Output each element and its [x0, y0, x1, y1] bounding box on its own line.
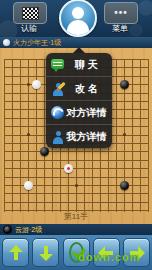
checkered-flag-icon	[22, 7, 39, 20]
confirm-button[interactable]	[63, 238, 90, 267]
next-move-button[interactable]	[123, 238, 150, 267]
bottom-toolbar	[0, 235, 152, 270]
my-name: 云游·2级	[15, 226, 42, 233]
black-stone-icon	[3, 225, 12, 234]
menu-item-rename[interactable]: 改 名	[46, 76, 112, 100]
move-counter: 第11手	[0, 213, 152, 221]
menu-item-chat[interactable]: 聊 天	[46, 53, 112, 76]
my-strip: 云游·2级	[0, 224, 152, 235]
ellipsis-icon: •••	[114, 8, 128, 18]
star-point	[123, 133, 126, 136]
stone-black	[40, 147, 49, 156]
stone-white	[32, 80, 41, 89]
star-point	[75, 184, 78, 187]
white-stone-icon	[3, 39, 10, 46]
star-point	[27, 83, 30, 86]
header-bar: 认输 ••• 菜单	[0, 0, 152, 37]
popup-arrow	[73, 47, 85, 53]
popup-menu: 聊 天 改 名 对方详情 我方详情	[46, 53, 112, 148]
right-arrow-icon	[129, 245, 145, 261]
confirm-check-icon	[69, 242, 84, 263]
prev-move-button[interactable]	[93, 238, 120, 267]
first-move-button[interactable]	[2, 238, 29, 267]
left-arrow-icon	[98, 245, 114, 261]
stone-white	[64, 164, 73, 173]
resign-button[interactable]	[13, 2, 47, 24]
opponent-name: 火力少年王·1级	[13, 39, 61, 46]
stone-black	[120, 80, 129, 89]
menu-item-opponent-details[interactable]: 对方详情	[46, 100, 112, 124]
stone-black	[120, 181, 129, 190]
last-move-button[interactable]	[32, 238, 59, 267]
menu-button[interactable]: •••	[104, 2, 138, 24]
last-move-marker	[67, 167, 71, 171]
my-details-icon	[51, 130, 65, 144]
opponent-details-icon	[51, 106, 65, 120]
up-arrow-icon	[8, 245, 24, 261]
stone-white	[24, 181, 33, 190]
resign-button-label: 认输	[12, 23, 46, 34]
star-point	[27, 133, 30, 136]
menu-button-label: 菜单	[103, 23, 137, 34]
menu-item-my-details[interactable]: 我方详情	[46, 124, 112, 148]
person-icon	[72, 7, 84, 19]
rename-icon	[51, 82, 65, 96]
down-arrow-icon	[38, 245, 54, 261]
player-avatar[interactable]	[59, 0, 97, 37]
chat-icon	[51, 58, 65, 72]
